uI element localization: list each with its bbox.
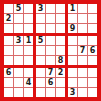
- cell-r4c2[interactable]: 3: [14, 36, 23, 45]
- cell-r6c1[interactable]: [4, 56, 13, 65]
- cell-r1c4[interactable]: 3: [36, 4, 45, 13]
- cell-r6c6[interactable]: 8: [56, 56, 65, 65]
- cell-r2c4[interactable]: [36, 14, 45, 23]
- cell-r7c4[interactable]: [36, 68, 45, 77]
- cell-r8c7[interactable]: [68, 78, 77, 87]
- cell-r5c3[interactable]: [24, 46, 33, 55]
- cell-r1c6[interactable]: [56, 4, 65, 13]
- cell-r3c5[interactable]: [46, 24, 55, 33]
- cell-r3c4[interactable]: [36, 24, 45, 33]
- cell-r2c7[interactable]: [68, 14, 77, 23]
- cell-r9c9[interactable]: [88, 88, 97, 97]
- cell-r3c8[interactable]: [78, 24, 87, 33]
- cell-r6c7[interactable]: [68, 56, 77, 65]
- cell-r7c3[interactable]: [24, 68, 33, 77]
- cell-r4c5[interactable]: [46, 36, 55, 45]
- cell-r2c8[interactable]: [78, 14, 87, 23]
- box-divider-horizontal-2: [4, 65, 97, 68]
- cell-r5c7[interactable]: [68, 46, 77, 55]
- cell-r6c9[interactable]: [88, 56, 97, 65]
- cell-r3c2[interactable]: [14, 24, 23, 33]
- cell-r3c1[interactable]: [4, 24, 13, 33]
- cell-r5c2[interactable]: [14, 46, 23, 55]
- cell-r2c3[interactable]: [24, 14, 33, 23]
- cell-r4c7[interactable]: [68, 36, 77, 45]
- cell-r1c2[interactable]: 5: [14, 4, 23, 13]
- cell-r3c3[interactable]: [24, 24, 33, 33]
- cell-r5c4[interactable]: [36, 46, 45, 55]
- cell-r4c3[interactable]: 1: [24, 36, 33, 45]
- cell-r7c5[interactable]: 7: [46, 68, 55, 77]
- cell-r4c4[interactable]: 5: [36, 36, 45, 45]
- cell-r8c4[interactable]: [36, 78, 45, 87]
- cell-r6c5[interactable]: [46, 56, 55, 65]
- cell-r7c2[interactable]: [14, 68, 23, 77]
- cell-r2c5[interactable]: [46, 14, 55, 23]
- cell-r2c6[interactable]: [56, 14, 65, 23]
- cell-r1c3[interactable]: [24, 4, 33, 13]
- cell-r3c9[interactable]: [88, 24, 97, 33]
- cell-r9c4[interactable]: [36, 88, 45, 97]
- cell-r9c6[interactable]: [56, 88, 65, 97]
- cell-r4c9[interactable]: [88, 36, 97, 45]
- cell-r8c9[interactable]: [88, 78, 97, 87]
- cell-r4c1[interactable]: [4, 36, 13, 45]
- cell-r8c8[interactable]: [78, 78, 87, 87]
- cell-r9c8[interactable]: [78, 88, 87, 97]
- cell-r9c3[interactable]: [24, 88, 33, 97]
- cell-r2c1[interactable]: 2: [4, 14, 13, 23]
- cell-r6c4[interactable]: [36, 56, 45, 65]
- cell-r7c8[interactable]: [78, 68, 87, 77]
- cell-r6c3[interactable]: [24, 56, 33, 65]
- cell-r4c6[interactable]: [56, 36, 65, 45]
- cell-r8c2[interactable]: [14, 78, 23, 87]
- cell-r3c6[interactable]: [56, 24, 65, 33]
- cell-r1c1[interactable]: [4, 4, 13, 13]
- cell-r7c1[interactable]: 6: [4, 68, 13, 77]
- cell-r6c8[interactable]: [78, 56, 87, 65]
- cell-r7c6[interactable]: 2: [56, 68, 65, 77]
- cell-r1c8[interactable]: [78, 4, 87, 13]
- cell-r1c9[interactable]: [88, 4, 97, 13]
- cell-r3c7[interactable]: 9: [68, 24, 77, 33]
- cell-r2c2[interactable]: [14, 14, 23, 23]
- cell-r5c8[interactable]: 7: [78, 46, 87, 55]
- cell-r8c5[interactable]: 6: [46, 78, 55, 87]
- cell-r8c1[interactable]: [4, 78, 13, 87]
- cell-r1c5[interactable]: [46, 4, 55, 13]
- cell-r7c9[interactable]: [88, 68, 97, 77]
- cell-r5c9[interactable]: 6: [88, 46, 97, 55]
- cell-r8c6[interactable]: [56, 78, 65, 87]
- cell-r6c2[interactable]: [14, 56, 23, 65]
- sudoku-board: 53129315768672463: [0, 0, 101, 101]
- cell-r9c2[interactable]: [14, 88, 23, 97]
- cell-r5c6[interactable]: [56, 46, 65, 55]
- cell-r5c5[interactable]: [46, 46, 55, 55]
- cell-r7c7[interactable]: [68, 68, 77, 77]
- cell-r9c7[interactable]: 3: [68, 88, 77, 97]
- box-divider-horizontal-1: [4, 33, 97, 36]
- cell-r9c5[interactable]: [46, 88, 55, 97]
- cell-r9c1[interactable]: [4, 88, 13, 97]
- cell-r4c8[interactable]: [78, 36, 87, 45]
- box-divider-vertical-2: [65, 4, 68, 97]
- cell-r8c3[interactable]: 4: [24, 78, 33, 87]
- box-divider-vertical-1: [33, 4, 36, 97]
- cell-r2c9[interactable]: [88, 14, 97, 23]
- cell-r1c7[interactable]: 1: [68, 4, 77, 13]
- cell-r5c1[interactable]: [4, 46, 13, 55]
